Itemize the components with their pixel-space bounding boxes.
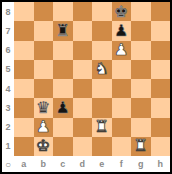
square-h7[interactable] [151,21,171,40]
square-d5[interactable] [73,60,93,79]
file-label-c: c [53,156,73,172]
black-pawn[interactable]: ♟ [112,21,132,40]
square-d8[interactable] [73,2,93,21]
square-g8[interactable] [131,2,151,21]
square-e4[interactable] [92,79,112,98]
square-g4[interactable] [131,79,151,98]
white-rook[interactable]: ♜ [92,118,112,137]
square-b3[interactable]: ♛ [34,98,54,117]
white-knight[interactable]: ♞ [92,60,112,79]
file-label-h: h [151,156,171,172]
square-a1[interactable] [14,137,34,156]
white-pawn[interactable]: ♟ [112,41,132,60]
square-a6[interactable] [14,41,34,60]
file-labels-row: ○ abcdefgh [2,156,170,172]
square-g6[interactable] [131,41,151,60]
rank-label-3: 3 [2,98,14,117]
rank-label-1: 1 [2,137,14,156]
square-b8[interactable] [34,2,54,21]
rank-label-4: 4 [2,79,14,98]
square-d7[interactable] [73,21,93,40]
rank-labels-column: 87654321 [2,2,14,156]
square-g1[interactable]: ♜ [131,137,151,156]
square-c5[interactable] [53,60,73,79]
square-g7[interactable] [131,21,151,40]
file-label-d: d [73,156,93,172]
file-label-g: g [131,156,151,172]
file-label-e: e [92,156,112,172]
square-c7[interactable]: ♜ [53,21,73,40]
white-king[interactable]: ♚ [34,137,54,156]
rank-label-6: 6 [2,41,14,60]
square-b7[interactable] [34,21,54,40]
square-f2[interactable] [112,118,132,137]
square-b2[interactable]: ♟ [34,118,54,137]
square-b4[interactable] [34,79,54,98]
square-f7[interactable]: ♟ [112,21,132,40]
square-c6[interactable] [53,41,73,60]
file-label-a: a [14,156,34,172]
square-a8[interactable] [14,2,34,21]
file-label-f: f [112,156,132,172]
square-c8[interactable] [53,2,73,21]
black-king[interactable]: ♚ [112,2,132,21]
square-g2[interactable] [131,118,151,137]
square-e3[interactable] [92,98,112,117]
square-d2[interactable] [73,118,93,137]
square-e6[interactable] [92,41,112,60]
square-h5[interactable] [151,60,171,79]
rank-label-5: 5 [2,60,14,79]
square-a2[interactable] [14,118,34,137]
square-d4[interactable] [73,79,93,98]
square-g5[interactable] [131,60,151,79]
square-a3[interactable] [14,98,34,117]
rank-label-7: 7 [2,21,14,40]
file-label-b: b [34,156,54,172]
square-a4[interactable] [14,79,34,98]
square-d3[interactable] [73,98,93,117]
square-h8[interactable] [151,2,171,21]
rank-label-8: 8 [2,2,14,21]
chess-board-frame: 87654321 ♚♜♟♟♞♛♟♟♜♚♜ ○ abcdefgh [0,0,172,174]
square-e8[interactable] [92,2,112,21]
black-rook[interactable]: ♜ [53,21,73,40]
black-queen[interactable]: ♛ [34,98,54,117]
white-pawn[interactable]: ♟ [34,118,54,137]
square-h2[interactable] [151,118,171,137]
square-b1[interactable]: ♚ [34,137,54,156]
white-rook[interactable]: ♜ [131,137,151,156]
square-h6[interactable] [151,41,171,60]
square-d1[interactable] [73,137,93,156]
square-f1[interactable] [112,137,132,156]
square-a5[interactable] [14,60,34,79]
chess-board: ♚♜♟♟♞♛♟♟♜♚♜ [14,2,170,156]
square-h1[interactable] [151,137,171,156]
square-e5[interactable]: ♞ [92,60,112,79]
square-f5[interactable] [112,60,132,79]
square-h3[interactable] [151,98,171,117]
square-b5[interactable] [34,60,54,79]
square-a7[interactable] [14,21,34,40]
square-b6[interactable] [34,41,54,60]
square-f8[interactable]: ♚ [112,2,132,21]
square-e2[interactable]: ♜ [92,118,112,137]
square-c3[interactable]: ♟ [53,98,73,117]
black-pawn[interactable]: ♟ [53,98,73,117]
white-to-move-indicator: ○ [2,156,14,172]
square-g3[interactable] [131,98,151,117]
square-c4[interactable] [53,79,73,98]
square-e7[interactable] [92,21,112,40]
square-f3[interactable] [112,98,132,117]
square-c2[interactable] [53,118,73,137]
square-d6[interactable] [73,41,93,60]
square-f6[interactable]: ♟ [112,41,132,60]
rank-label-2: 2 [2,118,14,137]
square-h4[interactable] [151,79,171,98]
square-c1[interactable] [53,137,73,156]
square-e1[interactable] [92,137,112,156]
square-f4[interactable] [112,79,132,98]
